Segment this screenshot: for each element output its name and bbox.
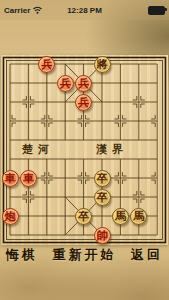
- piece-black-general[interactable]: 將: [94, 56, 111, 73]
- piece-black-soldier[interactable]: 卒: [94, 170, 111, 187]
- piece-red-soldier[interactable]: 兵: [38, 56, 55, 73]
- piece-black-horse[interactable]: 馬: [112, 208, 129, 225]
- restart-button[interactable]: 重新开始: [53, 246, 117, 264]
- piece-red-cannon[interactable]: 炮: [2, 208, 19, 225]
- piece-red-chariot[interactable]: 車: [2, 170, 19, 187]
- piece-red-soldier[interactable]: 兵: [75, 94, 92, 111]
- undo-button[interactable]: 悔棋: [6, 246, 38, 264]
- piece-black-soldier[interactable]: 卒: [75, 208, 92, 225]
- piece-black-horse[interactable]: 馬: [130, 208, 147, 225]
- river-label-chu-he: 楚河: [22, 141, 54, 157]
- button-bar: 悔棋 重新开始 返回: [0, 246, 169, 264]
- river-label-han-jie: 漢界: [96, 141, 128, 157]
- back-button[interactable]: 返回: [131, 246, 163, 264]
- piece-red-chariot[interactable]: 車: [20, 170, 37, 187]
- piece-red-soldier[interactable]: 兵: [75, 75, 92, 92]
- piece-black-soldier[interactable]: 卒: [94, 189, 111, 206]
- app-screen: Carrier 12:28 PM 楚河 漢界 兵將兵兵兵車車卒卒炮卒馬馬帥 悔棋…: [0, 0, 169, 300]
- piece-red-soldier[interactable]: 兵: [57, 75, 74, 92]
- piece-red-general[interactable]: 帥: [94, 227, 111, 244]
